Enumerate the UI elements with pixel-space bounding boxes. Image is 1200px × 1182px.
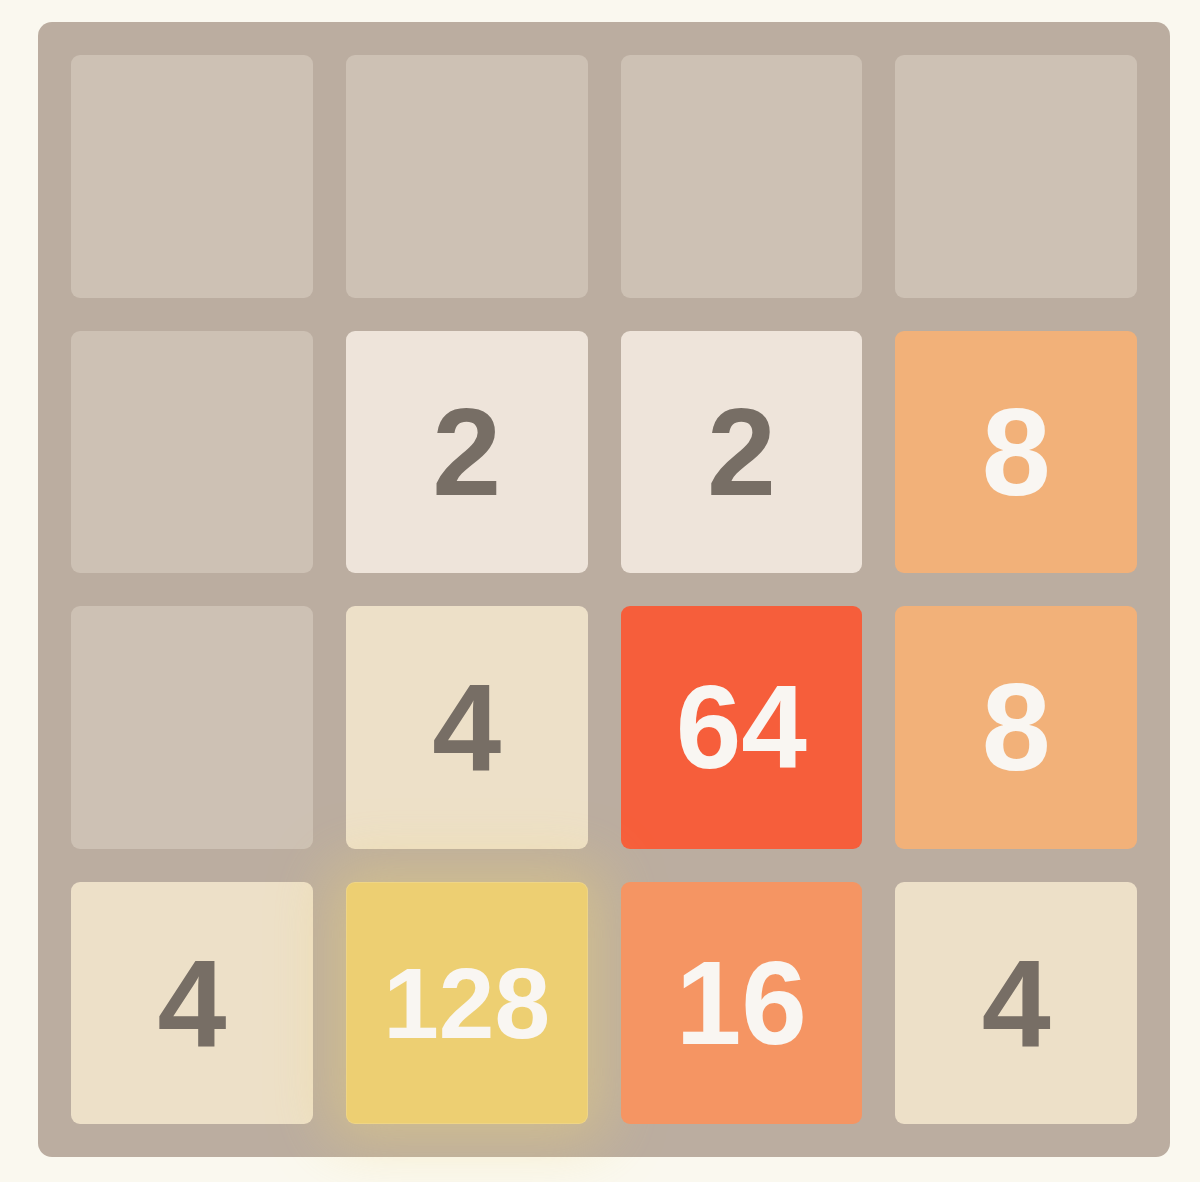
page-background: 22846484128164	[0, 0, 1200, 1182]
tile-8-r3c4: 8	[895, 606, 1137, 849]
empty-cell-r2c1	[71, 331, 313, 574]
empty-cell-r1c2	[346, 55, 588, 298]
tile-2-r2c2: 2	[346, 331, 588, 574]
tile-4-r3c2: 4	[346, 606, 588, 849]
tile-2-r2c3: 2	[621, 331, 863, 574]
empty-cell-r1c1	[71, 55, 313, 298]
tile-64-r3c3: 64	[621, 606, 863, 849]
empty-cell-r1c4	[895, 55, 1137, 298]
tile-128-r4c2: 128	[346, 882, 588, 1125]
tile-4-r4c1: 4	[71, 882, 313, 1125]
tile-16-r4c3: 16	[621, 882, 863, 1125]
tile-4-r4c4: 4	[895, 882, 1137, 1125]
empty-cell-r1c3	[621, 55, 863, 298]
empty-cell-r3c1	[71, 606, 313, 849]
tile-8-r2c4: 8	[895, 331, 1137, 574]
game-board-2048[interactable]: 22846484128164	[38, 22, 1170, 1157]
